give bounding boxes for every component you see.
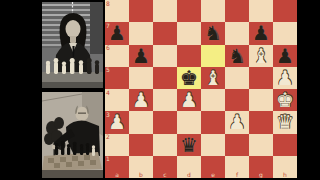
square-c1[interactable]: c [153, 156, 177, 178]
square-e4[interactable] [201, 89, 225, 111]
square-d8[interactable] [177, 0, 201, 22]
rank-label-5: 5 [106, 67, 110, 73]
square-c8[interactable] [153, 0, 177, 22]
square-d6[interactable] [177, 45, 201, 67]
square-b1[interactable]: b [129, 156, 153, 178]
face [66, 20, 81, 38]
file-label-a: a [105, 172, 129, 178]
black-pawn-b6[interactable]: ♟ [132, 45, 150, 67]
video-frame: 87♟♞♟6♟♞♝♟5♚♝♟4♟♟♚3♟♟♛2♛1abcdefgh [0, 0, 320, 180]
square-f2[interactable] [225, 134, 249, 156]
square-b3[interactable] [129, 111, 153, 133]
photo-bottom [42, 92, 103, 178]
black-king-d5[interactable]: ♚ [180, 67, 198, 89]
square-d4[interactable]: ♟ [177, 89, 201, 111]
square-f5[interactable] [225, 67, 249, 89]
square-b2[interactable] [129, 134, 153, 156]
file-label-g: g [249, 172, 273, 178]
square-e8[interactable] [201, 0, 225, 22]
square-f1[interactable]: f [225, 156, 249, 178]
square-a6[interactable]: 6 [105, 45, 129, 67]
square-f3[interactable]: ♟ [225, 111, 249, 133]
square-c7[interactable] [153, 22, 177, 44]
square-b4[interactable]: ♟ [129, 89, 153, 111]
square-h1[interactable]: h [273, 156, 297, 178]
black-pawn-h6[interactable]: ♟ [276, 45, 294, 67]
square-h8[interactable] [273, 0, 297, 22]
photo-top [42, 2, 103, 88]
rank-label-2: 2 [106, 134, 110, 140]
rank-label-6: 6 [106, 45, 110, 51]
square-f8[interactable] [225, 0, 249, 22]
square-g7[interactable]: ♟ [249, 22, 273, 44]
file-label-c: c [153, 172, 177, 178]
rank-label-1: 1 [106, 156, 110, 162]
chess-board[interactable]: 87♟♞♟6♟♞♝♟5♚♝♟4♟♟♚3♟♟♛2♛1abcdefgh [105, 0, 297, 178]
square-b8[interactable] [129, 0, 153, 22]
file-label-d: d [177, 172, 201, 178]
square-a5[interactable]: 5 [105, 67, 129, 89]
square-a1[interactable]: 1a [105, 156, 129, 178]
square-g6[interactable]: ♝ [249, 45, 273, 67]
square-c5[interactable] [153, 67, 177, 89]
black-knight-f6[interactable]: ♞ [228, 45, 246, 67]
table-edge [42, 82, 103, 88]
square-e5[interactable]: ♝ [201, 67, 225, 89]
white-pawn-b4[interactable]: ♟ [132, 89, 150, 111]
black-pawn-g7[interactable]: ♟ [252, 22, 270, 44]
square-e6[interactable] [201, 45, 225, 67]
square-h7[interactable] [273, 22, 297, 44]
black-knight-e7[interactable]: ♞ [204, 22, 222, 44]
brow [78, 113, 86, 114]
white-pawn-h5[interactable]: ♟ [276, 67, 294, 89]
white-pawn-d4[interactable]: ♟ [180, 89, 198, 111]
square-g3[interactable] [249, 111, 273, 133]
file-label-f: f [225, 172, 249, 178]
square-a7[interactable]: 7♟ [105, 22, 129, 44]
head [76, 107, 89, 121]
square-c4[interactable] [153, 89, 177, 111]
square-e1[interactable]: e [201, 156, 225, 178]
square-h2[interactable] [273, 134, 297, 156]
square-h3[interactable]: ♛ [273, 111, 297, 133]
square-f4[interactable] [225, 89, 249, 111]
square-d5[interactable]: ♚ [177, 67, 201, 89]
square-a3[interactable]: 3♟ [105, 111, 129, 133]
rank-label-4: 4 [106, 90, 110, 96]
white-bishop-e5[interactable]: ♝ [204, 67, 222, 89]
white-king-h4[interactable]: ♚ [276, 89, 294, 111]
square-f7[interactable] [225, 22, 249, 44]
square-b6[interactable]: ♟ [129, 45, 153, 67]
file-label-e: e [201, 172, 225, 178]
square-a8[interactable]: 8 [105, 0, 129, 22]
square-g1[interactable]: g [249, 156, 273, 178]
square-c6[interactable] [153, 45, 177, 67]
white-pawn-a3[interactable]: ♟ [108, 111, 126, 133]
white-pawn-f3[interactable]: ♟ [228, 111, 246, 133]
file-label-h: h [273, 172, 297, 178]
square-g8[interactable] [249, 0, 273, 22]
square-e2[interactable] [201, 134, 225, 156]
square-h5[interactable]: ♟ [273, 67, 297, 89]
square-f6[interactable]: ♞ [225, 45, 249, 67]
square-d2[interactable]: ♛ [177, 134, 201, 156]
square-d3[interactable] [177, 111, 201, 133]
table-front-edge [42, 170, 103, 178]
black-pawn-a7[interactable]: ♟ [108, 22, 126, 44]
square-b5[interactable] [129, 67, 153, 89]
white-bishop-g6[interactable]: ♝ [252, 45, 270, 67]
square-a2[interactable]: 2 [105, 134, 129, 156]
window-frame-shadow [90, 2, 103, 54]
square-h6[interactable]: ♟ [273, 45, 297, 67]
square-c2[interactable] [153, 134, 177, 156]
square-h4[interactable]: ♚ [273, 89, 297, 111]
square-a4[interactable]: 4 [105, 89, 129, 111]
square-g4[interactable] [249, 89, 273, 111]
rank-label-8: 8 [106, 1, 110, 7]
file-label-b: b [129, 172, 153, 178]
square-b7[interactable] [129, 22, 153, 44]
square-d7[interactable] [177, 22, 201, 44]
square-c3[interactable] [153, 111, 177, 133]
square-g2[interactable] [249, 134, 273, 156]
square-d1[interactable]: d [177, 156, 201, 178]
square-e3[interactable] [201, 111, 225, 133]
square-g5[interactable] [249, 67, 273, 89]
white-queen-h3[interactable]: ♛ [276, 111, 294, 133]
square-e7[interactable]: ♞ [201, 22, 225, 44]
black-queen-d2[interactable]: ♛ [180, 134, 198, 156]
neck [70, 36, 76, 43]
